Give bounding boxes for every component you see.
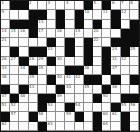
clue-number: 23: [47, 47, 52, 51]
black-cell-r3c13: [111, 20, 120, 29]
black-cell-r12c13: [111, 103, 120, 112]
clue-number: 20: [93, 29, 98, 33]
black-cell-r11c6: [47, 94, 56, 103]
white-cell-r1c4[interactable]: 2: [29, 1, 38, 10]
clue-number: 6: [112, 1, 115, 5]
white-cell-r8c15[interactable]: [130, 66, 139, 75]
white-cell-r10c9[interactable]: [75, 85, 84, 94]
white-cell-r12c15[interactable]: 56: [130, 103, 139, 112]
black-cell-r11c5: [38, 94, 47, 103]
black-cell-r6c4: [29, 47, 38, 56]
clue-number: 12: [121, 10, 126, 14]
black-cell-r11c2: [10, 94, 19, 103]
clue-number: 5: [93, 1, 96, 5]
white-cell-r5c4[interactable]: [29, 38, 38, 47]
white-cell-r5c1[interactable]: 21: [1, 38, 10, 47]
white-cell-r3c8[interactable]: [65, 20, 74, 29]
white-cell-r4c7[interactable]: 18: [56, 29, 65, 38]
clue-number: 38: [2, 75, 7, 79]
black-cell-r13c14: [121, 112, 130, 121]
white-cell-r14c7[interactable]: [56, 122, 65, 131]
black-cell-r14c5: [38, 122, 47, 131]
clue-number: 27: [11, 57, 16, 61]
black-cell-r8c4: [29, 66, 38, 75]
black-cell-r9c10: [84, 75, 93, 84]
clue-number: 1: [2, 1, 5, 5]
black-cell-r2c5: [38, 10, 47, 19]
white-cell-r2c2[interactable]: [10, 10, 19, 19]
white-cell-r9c2[interactable]: [10, 75, 19, 84]
white-cell-r10c5[interactable]: [38, 85, 47, 94]
black-cell-r5c8: [65, 38, 74, 47]
clue-number: 21: [2, 38, 7, 42]
black-cell-r7c6: [47, 57, 56, 66]
clue-number: 54: [75, 103, 80, 107]
white-cell-r12c3[interactable]: [19, 103, 28, 112]
white-cell-r1c15[interactable]: 8: [130, 1, 139, 10]
black-cell-r6c8: [65, 47, 74, 56]
black-cell-r1c3: [19, 1, 28, 10]
black-cell-r10c3: [19, 85, 28, 94]
clue-number: 14: [2, 29, 7, 33]
black-cell-r8c8: [65, 66, 74, 75]
clue-number: 59: [66, 112, 71, 116]
clue-number: 39: [29, 75, 34, 79]
white-cell-r7c11[interactable]: [93, 57, 102, 66]
white-cell-r13c12[interactable]: 60: [102, 112, 111, 121]
white-cell-r10c4[interactable]: 43: [29, 85, 38, 94]
white-cell-r1c8[interactable]: 4: [65, 1, 74, 10]
black-cell-r5c10: [84, 38, 93, 47]
black-cell-r12c5: [38, 103, 47, 112]
white-cell-r7c1[interactable]: 26: [1, 57, 10, 66]
clue-number: 63: [47, 122, 52, 126]
clue-number: 64: [103, 122, 108, 126]
clue-number: 41: [66, 75, 71, 79]
clue-number: 11: [103, 10, 108, 14]
black-cell-r11c15: [130, 94, 139, 103]
black-cell-r7c12: [102, 57, 111, 66]
white-cell-r8c13[interactable]: 37: [111, 66, 120, 75]
white-cell-r4c13[interactable]: [111, 29, 120, 38]
white-cell-r14c8[interactable]: [65, 122, 74, 131]
white-cell-r8c2[interactable]: [10, 66, 19, 75]
white-cell-r8c3[interactable]: 34: [19, 66, 28, 75]
black-cell-r2c7: [56, 10, 65, 19]
white-cell-r2c1[interactable]: 9: [1, 10, 10, 19]
white-cell-r14c4[interactable]: [29, 122, 38, 131]
white-cell-r8c11[interactable]: [93, 66, 102, 75]
black-cell-r9c11: [93, 75, 102, 84]
black-cell-r2c13: [111, 10, 120, 19]
clue-number: 26: [2, 57, 7, 61]
clue-number: 16: [20, 29, 25, 33]
clue-number: 17: [38, 29, 43, 33]
black-cell-r8c9: [75, 66, 84, 75]
black-cell-r4c14: [121, 29, 130, 38]
white-cell-r10c8[interactable]: 44: [65, 85, 74, 94]
clue-number: 49: [57, 94, 62, 98]
white-cell-r6c15[interactable]: 25: [130, 47, 139, 56]
white-cell-r6c3[interactable]: [19, 47, 28, 56]
white-cell-r12c9[interactable]: 54: [75, 103, 84, 112]
white-cell-r4c9[interactable]: 19: [75, 29, 84, 38]
clue-number: 60: [103, 112, 108, 116]
black-cell-r1c10: [84, 1, 93, 10]
crossword-grid: 1234567891011121314151617181920212223242…: [0, 0, 140, 132]
clue-number: 47: [2, 94, 7, 98]
white-cell-r11c1[interactable]: 47: [1, 94, 10, 103]
white-cell-r7c15[interactable]: [130, 57, 139, 66]
white-cell-r5c5[interactable]: [38, 38, 47, 47]
clue-number: 46: [112, 85, 117, 89]
clue-number: 9: [2, 10, 5, 14]
white-cell-r4c11[interactable]: 20: [93, 29, 102, 38]
black-cell-r3c3: [19, 20, 28, 29]
white-cell-r1c1[interactable]: 1: [1, 1, 10, 10]
clue-number: 2: [29, 1, 32, 5]
black-cell-r5c13: [111, 38, 120, 47]
white-cell-r7c13[interactable]: 31: [111, 57, 120, 66]
white-cell-r5c2[interactable]: [10, 38, 19, 47]
white-cell-r3c10[interactable]: [84, 20, 93, 29]
white-cell-r9c14[interactable]: [121, 75, 130, 84]
clue-number: 36: [84, 66, 89, 70]
black-cell-r6c2: [10, 47, 19, 56]
white-cell-r7c7[interactable]: 30: [56, 57, 65, 66]
white-cell-r2c12[interactable]: 11: [102, 10, 111, 19]
white-cell-r2c3[interactable]: [19, 10, 28, 19]
white-cell-r13c3[interactable]: [19, 112, 28, 121]
black-cell-r4c15: [130, 29, 139, 38]
white-cell-r13c8[interactable]: 59: [65, 112, 74, 121]
white-cell-r10c13[interactable]: 46: [111, 85, 120, 94]
black-cell-r5c15: [130, 38, 139, 47]
white-cell-r2c14[interactable]: 12: [121, 10, 130, 19]
white-cell-r14c15[interactable]: [130, 122, 139, 131]
clue-number: 53: [47, 103, 52, 107]
black-cell-r3c7: [56, 20, 65, 29]
white-cell-r8c10[interactable]: 36: [84, 66, 93, 75]
black-cell-r2c9: [75, 10, 84, 19]
clue-number: 45: [84, 85, 89, 89]
white-cell-r11c4[interactable]: [29, 94, 38, 103]
white-cell-r9c1[interactable]: 38: [1, 75, 10, 84]
white-cell-r5c3[interactable]: [19, 38, 28, 47]
black-cell-r9c13: [111, 75, 120, 84]
clue-number: 51: [2, 103, 7, 107]
white-cell-r5c12[interactable]: [102, 38, 111, 47]
white-cell-r2c15[interactable]: [130, 10, 139, 19]
white-cell-r12c6[interactable]: 53: [47, 103, 56, 112]
white-cell-r10c11[interactable]: [93, 85, 102, 94]
white-cell-r11c9[interactable]: [75, 94, 84, 103]
white-cell-r7c2[interactable]: 27: [10, 57, 19, 66]
black-cell-r11c14: [121, 94, 130, 103]
white-cell-r11c3[interactable]: 48: [19, 94, 28, 103]
white-cell-r10c10[interactable]: 45: [84, 85, 93, 94]
white-cell-r2c10[interactable]: 10: [84, 10, 93, 19]
black-cell-r5c14: [121, 38, 130, 47]
white-cell-r6c7[interactable]: [56, 47, 65, 56]
black-cell-r6c5: [38, 47, 47, 56]
white-cell-r9c4[interactable]: 39: [29, 75, 38, 84]
black-cell-r8c12: [102, 66, 111, 75]
white-cell-r13c13[interactable]: 61: [111, 112, 120, 121]
clue-number: 30: [57, 57, 62, 61]
clue-number: 44: [66, 85, 71, 89]
clue-number: 28: [29, 57, 34, 61]
white-cell-r14c3[interactable]: [19, 122, 28, 131]
white-cell-r11c13[interactable]: [111, 94, 120, 103]
white-cell-r8c5[interactable]: 35: [38, 66, 47, 75]
white-cell-r1c11[interactable]: 5: [93, 1, 102, 10]
black-cell-r3c9: [75, 20, 84, 29]
white-cell-r6c13[interactable]: 24: [111, 47, 120, 56]
white-cell-r11c7[interactable]: 49: [56, 94, 65, 103]
white-cell-r7c14[interactable]: 32: [121, 57, 130, 66]
white-cell-r9c5[interactable]: [38, 75, 47, 84]
clue-number: 37: [112, 66, 117, 70]
white-cell-r10c14[interactable]: [121, 85, 130, 94]
black-cell-r3c4: [29, 20, 38, 29]
clue-number: 58: [38, 112, 43, 116]
black-cell-r14c11: [93, 122, 102, 131]
white-cell-r14c2[interactable]: [10, 122, 19, 131]
clue-number: 4: [66, 1, 69, 5]
white-cell-r1c14[interactable]: 7: [121, 1, 130, 10]
white-cell-r14c6[interactable]: 63: [47, 122, 56, 131]
black-cell-r2c4: [29, 10, 38, 19]
white-cell-r12c14[interactable]: 55: [121, 103, 130, 112]
white-cell-r1c5[interactable]: [38, 1, 47, 10]
clue-number: 61: [112, 112, 117, 116]
white-cell-r9c3[interactable]: [19, 75, 28, 84]
clue-number: 52: [11, 103, 16, 107]
clue-number: 19: [75, 29, 80, 33]
clue-number: 13: [38, 20, 43, 24]
clue-number: 50: [103, 94, 108, 98]
black-cell-r11c11: [93, 94, 102, 103]
black-cell-r12c8: [65, 103, 74, 112]
white-cell-r1c13[interactable]: 6: [111, 1, 120, 10]
clue-number: 3: [47, 1, 50, 5]
white-cell-r2c6[interactable]: [47, 10, 56, 19]
white-cell-r13c5[interactable]: 58: [38, 112, 47, 121]
white-cell-r7c4[interactable]: 28: [29, 57, 38, 66]
white-cell-r6c6[interactable]: 23: [47, 47, 56, 56]
white-cell-r13c2[interactable]: 57: [10, 112, 19, 121]
clue-number: 40: [57, 75, 62, 79]
black-cell-r6c12: [102, 47, 111, 56]
black-cell-r9c6: [47, 75, 56, 84]
clue-number: 31: [112, 57, 117, 61]
black-cell-r1c12: [102, 1, 111, 10]
white-cell-r11c10[interactable]: [84, 94, 93, 103]
white-cell-r9c12[interactable]: [102, 75, 111, 84]
white-cell-r8c7[interactable]: [56, 66, 65, 75]
clue-number: 56: [130, 103, 135, 107]
clue-number: 10: [84, 10, 89, 14]
white-cell-r4c8[interactable]: [65, 29, 74, 38]
white-cell-r11c12[interactable]: 50: [102, 94, 111, 103]
clue-number: 8: [130, 1, 133, 5]
black-cell-r13c11: [93, 112, 102, 121]
white-cell-r3c14[interactable]: [121, 20, 130, 29]
white-cell-r14c13[interactable]: [111, 122, 120, 131]
white-cell-r6c1[interactable]: [1, 47, 10, 56]
clue-number: 55: [121, 103, 126, 107]
white-cell-r13c15[interactable]: [130, 112, 139, 121]
black-cell-r3c11: [93, 20, 102, 29]
black-cell-r7c3: [19, 57, 28, 66]
clue-number: 24: [112, 47, 117, 51]
clue-number: 7: [121, 1, 124, 5]
white-cell-r1c7[interactable]: [56, 1, 65, 10]
white-cell-r2c8[interactable]: [65, 10, 74, 19]
clue-number: 25: [130, 47, 135, 51]
clue-number: 62: [2, 122, 7, 126]
white-cell-r2c11[interactable]: [93, 10, 102, 19]
white-cell-r5c9[interactable]: [75, 38, 84, 47]
black-cell-r5c6: [47, 38, 56, 47]
clue-number: 29: [38, 57, 43, 61]
white-cell-r12c7[interactable]: [56, 103, 65, 112]
white-cell-r9c7[interactable]: 40: [56, 75, 65, 84]
white-cell-r13c6[interactable]: [47, 112, 56, 121]
white-cell-r4c12[interactable]: [102, 29, 111, 38]
clue-number: 35: [38, 66, 43, 70]
clue-number: 22: [93, 38, 98, 42]
white-cell-r12c11[interactable]: [93, 103, 102, 112]
black-cell-r10c12: [102, 85, 111, 94]
black-cell-r3c15: [130, 20, 139, 29]
black-cell-r6c10: [84, 47, 93, 56]
black-cell-r10c7: [56, 85, 65, 94]
white-cell-r9c8[interactable]: 41: [65, 75, 74, 84]
black-cell-r1c2: [10, 1, 19, 10]
white-cell-r8c1[interactable]: 33: [1, 66, 10, 75]
white-cell-r13c10[interactable]: [84, 112, 93, 121]
white-cell-r5c7[interactable]: [56, 38, 65, 47]
clue-number: 32: [121, 57, 126, 61]
white-cell-r5c11[interactable]: 22: [93, 38, 102, 47]
white-cell-r4c2[interactable]: 15: [10, 29, 19, 38]
white-cell-r6c11[interactable]: [93, 47, 102, 56]
white-cell-r12c10[interactable]: [84, 103, 93, 112]
black-cell-r9c15: [130, 75, 139, 84]
white-cell-r12c1[interactable]: 51: [1, 103, 10, 112]
black-cell-r14c14: [121, 122, 130, 131]
white-cell-r14c1[interactable]: 62: [1, 122, 10, 131]
black-cell-r7c10: [84, 57, 93, 66]
white-cell-r10c6[interactable]: [47, 85, 56, 94]
white-cell-r3c1[interactable]: [1, 20, 10, 29]
white-cell-r7c5[interactable]: 29: [38, 57, 47, 66]
white-cell-r14c9[interactable]: [75, 122, 84, 131]
white-cell-r9c9[interactable]: 42: [75, 75, 84, 84]
white-cell-r4c5[interactable]: 17: [38, 29, 47, 38]
white-cell-r13c7[interactable]: [56, 112, 65, 121]
white-cell-r4c10[interactable]: [84, 29, 93, 38]
black-cell-r3c2: [10, 20, 19, 29]
white-cell-r3c12[interactable]: [102, 20, 111, 29]
white-cell-r1c9[interactable]: [75, 1, 84, 10]
white-cell-r6c9[interactable]: [75, 47, 84, 56]
white-cell-r11c8[interactable]: [65, 94, 74, 103]
clue-number: 18: [57, 29, 62, 33]
black-cell-r13c9: [75, 112, 84, 121]
white-cell-r1c6[interactable]: 3: [47, 1, 56, 10]
white-cell-r8c14[interactable]: [121, 66, 130, 75]
white-cell-r12c4[interactable]: [29, 103, 38, 112]
clue-number: 48: [20, 94, 25, 98]
white-cell-r4c6[interactable]: [47, 29, 56, 38]
black-cell-r6c14: [121, 47, 130, 56]
white-cell-r3c5[interactable]: 13: [38, 20, 47, 29]
clue-number: 15: [11, 29, 16, 33]
clue-number: 34: [20, 66, 25, 70]
white-cell-r3c6[interactable]: [47, 20, 56, 29]
black-cell-r13c4: [29, 112, 38, 121]
white-cell-r12c12[interactable]: [102, 103, 111, 112]
white-cell-r12c2[interactable]: 52: [10, 103, 19, 112]
white-cell-r14c12[interactable]: 64: [102, 122, 111, 131]
clue-number: 33: [2, 66, 7, 70]
white-cell-r4c1[interactable]: 14: [1, 29, 10, 38]
black-cell-r4c4: [29, 29, 38, 38]
black-cell-r10c1: [1, 85, 10, 94]
white-cell-r10c15[interactable]: [130, 85, 139, 94]
clue-number: 42: [75, 75, 80, 79]
white-cell-r7c9[interactable]: [75, 57, 84, 66]
white-cell-r8c6[interactable]: [47, 66, 56, 75]
white-cell-r4c3[interactable]: 16: [19, 29, 28, 38]
black-cell-r13c1: [1, 112, 10, 121]
clue-number: 57: [11, 112, 16, 116]
white-cell-r14c10[interactable]: [84, 122, 93, 131]
clue-number: 43: [29, 85, 34, 89]
white-cell-r10c2[interactable]: [10, 85, 19, 94]
white-cell-r7c8[interactable]: [65, 57, 74, 66]
